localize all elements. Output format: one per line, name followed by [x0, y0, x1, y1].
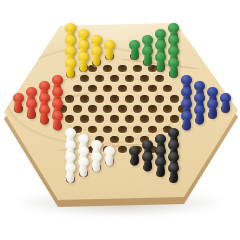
board-hole[interactable] [140, 75, 149, 82]
board-hole[interactable] [110, 95, 119, 102]
board-hole[interactable] [118, 105, 127, 112]
board-hole[interactable] [80, 95, 89, 102]
peg-black[interactable] [168, 163, 179, 183]
board-hole[interactable] [103, 126, 112, 133]
peg-blue[interactable] [220, 93, 231, 113]
peg-red[interactable] [39, 105, 50, 125]
board-hole[interactable] [95, 115, 104, 122]
board-hole[interactable] [163, 105, 172, 112]
board-hole[interactable] [103, 65, 112, 72]
board-hole[interactable] [155, 75, 164, 82]
board-hole[interactable] [118, 146, 127, 153]
peg-white[interactable] [91, 152, 102, 172]
peg-green[interactable] [142, 46, 153, 66]
product-photo [0, 0, 240, 240]
peg-yellow[interactable] [78, 52, 89, 72]
board-hole[interactable] [140, 115, 149, 122]
peg-green[interactable] [155, 52, 166, 72]
board-hole[interactable] [125, 75, 134, 82]
board-hole[interactable] [133, 85, 142, 92]
board-hole[interactable] [118, 85, 127, 92]
board-holes-layer [0, 0, 240, 240]
board-hole[interactable] [80, 75, 89, 82]
board-hole[interactable] [148, 85, 157, 92]
peg-yellow[interactable] [91, 46, 102, 66]
board-hole[interactable] [95, 75, 104, 82]
peg-red[interactable] [52, 111, 63, 131]
board-hole[interactable] [95, 95, 104, 102]
board-hole[interactable] [133, 105, 142, 112]
board-hole[interactable] [170, 95, 179, 102]
peg-blue[interactable] [207, 99, 218, 119]
board-hole[interactable] [155, 95, 164, 102]
board-hole[interactable] [163, 85, 172, 92]
board-hole[interactable] [148, 105, 157, 112]
board-hole[interactable] [80, 115, 89, 122]
board-hole[interactable] [125, 115, 134, 122]
board-hole[interactable] [103, 105, 112, 112]
peg-green[interactable] [129, 40, 140, 60]
board-hole[interactable] [133, 126, 142, 133]
board-hole[interactable] [133, 65, 142, 72]
peg-black[interactable] [129, 146, 140, 166]
board-hole[interactable] [88, 126, 97, 133]
peg-white[interactable] [104, 146, 115, 166]
peg-red[interactable] [13, 93, 24, 113]
peg-white[interactable] [65, 163, 76, 183]
board-hole[interactable] [140, 95, 149, 102]
board-hole[interactable] [110, 136, 119, 143]
board-hole[interactable] [73, 85, 82, 92]
board-hole[interactable] [118, 65, 127, 72]
board-hole[interactable] [103, 85, 112, 92]
board-hole[interactable] [110, 75, 119, 82]
board-hole[interactable] [118, 126, 127, 133]
peg-black[interactable] [155, 157, 166, 177]
board-hole[interactable] [65, 115, 74, 122]
peg-black[interactable] [142, 152, 153, 172]
board-hole[interactable] [170, 115, 179, 122]
peg-green[interactable] [168, 58, 179, 78]
board-hole[interactable] [88, 85, 97, 92]
peg-blue[interactable] [194, 105, 205, 125]
peg-yellow[interactable] [104, 40, 115, 60]
board-hole[interactable] [155, 115, 164, 122]
board-hole[interactable] [125, 136, 134, 143]
board-hole[interactable] [125, 95, 134, 102]
board-hole[interactable] [148, 126, 157, 133]
peg-blue[interactable] [181, 111, 192, 131]
peg-white[interactable] [78, 157, 89, 177]
board-hole[interactable] [88, 105, 97, 112]
board-hole[interactable] [65, 95, 74, 102]
board-hole[interactable] [73, 105, 82, 112]
peg-red[interactable] [26, 99, 37, 119]
peg-yellow[interactable] [65, 58, 76, 78]
board-hole[interactable] [110, 115, 119, 122]
